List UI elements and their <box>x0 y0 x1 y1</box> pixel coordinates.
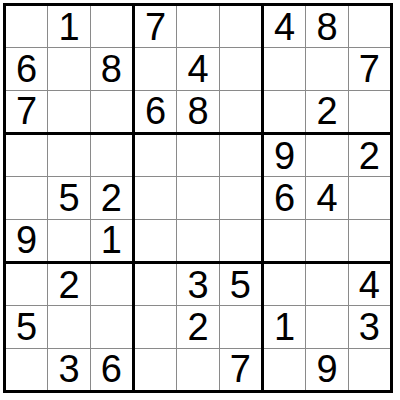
sudoku-page: 16877468487252919264253635274139 <box>0 0 400 400</box>
cell-r1c8[interactable]: 8 <box>306 6 347 47</box>
cell-r3c3[interactable] <box>91 91 132 132</box>
cell-r2c5[interactable]: 4 <box>177 48 218 89</box>
cell-r2c2[interactable] <box>48 48 89 89</box>
cell-r5c3[interactable]: 2 <box>91 177 132 218</box>
cell-r3c6[interactable] <box>220 91 261 132</box>
cell-r6c1[interactable]: 9 <box>6 220 47 261</box>
cell-r6c7[interactable] <box>264 220 305 261</box>
cell-r4c9[interactable]: 2 <box>349 135 390 176</box>
cell-r6c9[interactable] <box>349 220 390 261</box>
cell-r9c1[interactable] <box>6 349 47 390</box>
cell-r7c9[interactable]: 4 <box>349 264 390 305</box>
cell-r9c8[interactable]: 9 <box>306 349 347 390</box>
cell-r4c8[interactable] <box>306 135 347 176</box>
cell-r5c9[interactable] <box>349 177 390 218</box>
cell-r4c1[interactable] <box>6 135 47 176</box>
cell-r9c7[interactable] <box>264 349 305 390</box>
cell-r8c7[interactable]: 1 <box>264 306 305 347</box>
cell-r8c9[interactable]: 3 <box>349 306 390 347</box>
cell-r6c5[interactable] <box>177 220 218 261</box>
cell-r3c7[interactable] <box>264 91 305 132</box>
cell-r1c3[interactable] <box>91 6 132 47</box>
cell-r8c8[interactable] <box>306 306 347 347</box>
cell-r2c1[interactable]: 6 <box>6 48 47 89</box>
sudoku-board: 16877468487252919264253635274139 <box>3 3 393 393</box>
cell-r3c8[interactable]: 2 <box>306 91 347 132</box>
cell-r1c6[interactable] <box>220 6 261 47</box>
cell-r7c7[interactable] <box>264 264 305 305</box>
cell-r3c2[interactable] <box>48 91 89 132</box>
box-r1c0: 5291 <box>6 135 132 261</box>
cell-r5c2[interactable]: 5 <box>48 177 89 218</box>
cell-r5c8[interactable]: 4 <box>306 177 347 218</box>
cell-r7c8[interactable] <box>306 264 347 305</box>
box-r2c2: 4139 <box>264 264 390 390</box>
cell-r6c2[interactable] <box>48 220 89 261</box>
cell-r8c5[interactable]: 2 <box>177 306 218 347</box>
box-r0c2: 4872 <box>264 6 390 132</box>
cell-r2c6[interactable] <box>220 48 261 89</box>
cell-r7c1[interactable] <box>6 264 47 305</box>
cell-r4c5[interactable] <box>177 135 218 176</box>
cell-r4c6[interactable] <box>220 135 261 176</box>
cell-r1c9[interactable] <box>349 6 390 47</box>
cell-r1c5[interactable] <box>177 6 218 47</box>
cell-r7c6[interactable]: 5 <box>220 264 261 305</box>
cell-r4c3[interactable] <box>91 135 132 176</box>
box-r0c0: 1687 <box>6 6 132 132</box>
cell-r8c2[interactable] <box>48 306 89 347</box>
cell-r6c4[interactable] <box>135 220 176 261</box>
box-r2c0: 2536 <box>6 264 132 390</box>
cell-r6c6[interactable] <box>220 220 261 261</box>
cell-r3c5[interactable]: 8 <box>177 91 218 132</box>
box-r2c1: 3527 <box>135 264 261 390</box>
cell-r8c4[interactable] <box>135 306 176 347</box>
cell-r5c7[interactable]: 6 <box>264 177 305 218</box>
box-r0c1: 7468 <box>135 6 261 132</box>
cell-r2c4[interactable] <box>135 48 176 89</box>
cell-r3c1[interactable]: 7 <box>6 91 47 132</box>
box-r1c1 <box>135 135 261 261</box>
cell-r7c5[interactable]: 3 <box>177 264 218 305</box>
cell-r8c3[interactable] <box>91 306 132 347</box>
cell-r2c9[interactable]: 7 <box>349 48 390 89</box>
cell-r6c8[interactable] <box>306 220 347 261</box>
cell-r7c4[interactable] <box>135 264 176 305</box>
cell-r8c6[interactable] <box>220 306 261 347</box>
cell-r7c3[interactable] <box>91 264 132 305</box>
cell-r4c4[interactable] <box>135 135 176 176</box>
box-r1c2: 9264 <box>264 135 390 261</box>
cell-r5c1[interactable] <box>6 177 47 218</box>
cell-r8c1[interactable]: 5 <box>6 306 47 347</box>
cell-r9c2[interactable]: 3 <box>48 349 89 390</box>
cell-r2c7[interactable] <box>264 48 305 89</box>
cell-r9c4[interactable] <box>135 349 176 390</box>
cell-r3c9[interactable] <box>349 91 390 132</box>
cell-r3c4[interactable]: 6 <box>135 91 176 132</box>
cell-r5c6[interactable] <box>220 177 261 218</box>
cell-r1c4[interactable]: 7 <box>135 6 176 47</box>
cell-r9c5[interactable] <box>177 349 218 390</box>
cell-r1c7[interactable]: 4 <box>264 6 305 47</box>
cell-r6c3[interactable]: 1 <box>91 220 132 261</box>
cell-r2c8[interactable] <box>306 48 347 89</box>
cell-r1c1[interactable] <box>6 6 47 47</box>
cell-r2c3[interactable]: 8 <box>91 48 132 89</box>
cell-r5c4[interactable] <box>135 177 176 218</box>
cell-r7c2[interactable]: 2 <box>48 264 89 305</box>
cell-r4c7[interactable]: 9 <box>264 135 305 176</box>
cell-r9c6[interactable]: 7 <box>220 349 261 390</box>
cell-r9c9[interactable] <box>349 349 390 390</box>
cell-r1c2[interactable]: 1 <box>48 6 89 47</box>
cell-r4c2[interactable] <box>48 135 89 176</box>
cell-r5c5[interactable] <box>177 177 218 218</box>
cell-r9c3[interactable]: 6 <box>91 349 132 390</box>
